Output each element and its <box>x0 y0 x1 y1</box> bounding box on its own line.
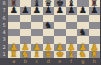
square-f5[interactable] <box>66 22 78 29</box>
square-c8[interactable]: ♝ <box>31 0 43 7</box>
square-d3[interactable] <box>43 36 55 43</box>
square-c4[interactable] <box>31 29 43 36</box>
square-a1[interactable]: ♜ <box>8 51 20 58</box>
square-f6[interactable] <box>66 15 78 22</box>
piece-black-knight[interactable]: ♞ <box>79 29 87 36</box>
coordinate-corner-spacer <box>0 58 8 65</box>
square-f8[interactable]: ♝ <box>66 0 78 7</box>
square-h1[interactable]: ♜ <box>89 51 101 58</box>
square-g6[interactable] <box>77 15 89 22</box>
square-b6[interactable] <box>20 15 32 22</box>
square-e6[interactable] <box>54 15 66 22</box>
piece-white-king[interactable]: ♚ <box>56 50 64 57</box>
piece-white-bishop[interactable]: ♝ <box>67 50 75 57</box>
piece-white-knight[interactable]: ♞ <box>79 50 87 57</box>
square-d6[interactable] <box>43 15 55 22</box>
piece-black-rook[interactable]: ♜ <box>10 0 18 7</box>
square-a6[interactable] <box>8 15 20 22</box>
piece-black-king[interactable]: ♚ <box>56 0 64 7</box>
piece-white-pawn[interactable]: ♟ <box>56 43 64 50</box>
file-label-g: g <box>77 58 89 65</box>
piece-black-pawn[interactable]: ♟ <box>33 7 41 14</box>
square-b7[interactable]: ♟ <box>20 7 32 14</box>
piece-black-queen[interactable]: ♛ <box>44 0 52 7</box>
square-g3[interactable] <box>77 36 89 43</box>
square-a5[interactable] <box>8 22 20 29</box>
square-c7[interactable]: ♟ <box>31 7 43 14</box>
square-d2[interactable]: ♟ <box>43 44 55 51</box>
square-g5[interactable] <box>77 22 89 29</box>
square-e7[interactable]: ♟ <box>54 7 66 14</box>
square-d1[interactable]: ♛ <box>43 51 55 58</box>
square-b5[interactable] <box>20 22 32 29</box>
square-g1[interactable]: ♞ <box>77 51 89 58</box>
file-label-e: e <box>54 58 66 65</box>
piece-white-queen[interactable]: ♛ <box>44 50 52 57</box>
chess-board[interactable]: ♜♝♛♚♝♜♟♟♟♟♟♟♟♟♞♞♟♟♟♟♟♟♟♟♜♞♝♛♚♝♞♜ <box>8 0 100 58</box>
rank-coordinate-strip: 87654321 <box>0 0 8 58</box>
square-h6[interactable] <box>89 15 101 22</box>
piece-white-pawn[interactable]: ♟ <box>90 43 98 50</box>
piece-white-pawn[interactable]: ♟ <box>67 43 75 50</box>
piece-black-pawn[interactable]: ♟ <box>10 7 18 14</box>
file-label-c: c <box>31 58 43 65</box>
square-a8[interactable]: ♜ <box>8 0 20 7</box>
square-b4[interactable] <box>20 29 32 36</box>
square-g8[interactable] <box>77 0 89 7</box>
piece-black-bishop[interactable]: ♝ <box>67 0 75 7</box>
square-c5[interactable] <box>31 22 43 29</box>
square-h3[interactable] <box>89 36 101 43</box>
square-d7[interactable]: ♟ <box>43 7 55 14</box>
rank-label-1: 1 <box>0 51 8 58</box>
square-c2[interactable]: ♟ <box>31 44 43 51</box>
square-e1[interactable]: ♚ <box>54 51 66 58</box>
file-label-h: h <box>89 58 101 65</box>
chess-app-window: 87654321 ♜♝♛♚♝♜♟♟♟♟♟♟♟♟♞♞♟♟♟♟♟♟♟♟♜♞♝♛♚♝♞… <box>0 0 100 65</box>
square-g4[interactable]: ♞ <box>77 29 89 36</box>
piece-black-bishop[interactable]: ♝ <box>33 0 41 7</box>
piece-black-pawn[interactable]: ♟ <box>90 7 98 14</box>
piece-black-pawn[interactable]: ♟ <box>79 7 87 14</box>
square-b3[interactable] <box>20 36 32 43</box>
rank-label-4: 4 <box>0 29 8 36</box>
square-g2[interactable]: ♟ <box>77 44 89 51</box>
piece-black-knight[interactable]: ♞ <box>44 21 52 28</box>
file-label-b: b <box>20 58 32 65</box>
square-b2[interactable]: ♟ <box>20 44 32 51</box>
piece-white-bishop[interactable]: ♝ <box>33 50 41 57</box>
square-h7[interactable]: ♟ <box>89 7 101 14</box>
square-d5[interactable]: ♞ <box>43 22 55 29</box>
square-d4[interactable] <box>43 29 55 36</box>
square-c1[interactable]: ♝ <box>31 51 43 58</box>
square-a7[interactable]: ♟ <box>8 7 20 14</box>
square-f4[interactable] <box>66 29 78 36</box>
piece-black-pawn[interactable]: ♟ <box>44 7 52 14</box>
piece-white-pawn[interactable]: ♟ <box>21 43 29 50</box>
piece-white-rook[interactable]: ♜ <box>90 50 98 57</box>
piece-white-knight[interactable]: ♞ <box>21 50 29 57</box>
square-a2[interactable]: ♟ <box>8 44 20 51</box>
piece-white-rook[interactable]: ♜ <box>10 50 18 57</box>
file-label-f: f <box>66 58 78 65</box>
square-a4[interactable] <box>8 29 20 36</box>
rank-label-5: 5 <box>0 22 8 29</box>
square-h2[interactable]: ♟ <box>89 44 101 51</box>
rank-label-7: 7 <box>0 7 8 14</box>
piece-black-pawn[interactable]: ♟ <box>21 7 29 14</box>
rank-label-2: 2 <box>0 44 8 51</box>
piece-black-pawn[interactable]: ♟ <box>56 7 64 14</box>
piece-white-pawn[interactable]: ♟ <box>79 43 87 50</box>
file-label-d: d <box>43 58 55 65</box>
rank-label-3: 3 <box>0 36 8 43</box>
square-f3[interactable] <box>66 36 78 43</box>
rank-label-8: 8 <box>0 0 8 7</box>
square-f1[interactable]: ♝ <box>66 51 78 58</box>
square-e3[interactable] <box>54 36 66 43</box>
square-e5[interactable] <box>54 22 66 29</box>
square-e2[interactable]: ♟ <box>54 44 66 51</box>
square-f2[interactable]: ♟ <box>66 44 78 51</box>
square-h4[interactable] <box>89 29 101 36</box>
square-e8[interactable]: ♚ <box>54 0 66 7</box>
square-h8[interactable]: ♜ <box>89 0 101 7</box>
square-g7[interactable]: ♟ <box>77 7 89 14</box>
file-label-a: a <box>8 58 20 65</box>
piece-black-rook[interactable]: ♜ <box>90 0 98 7</box>
piece-white-pawn[interactable]: ♟ <box>33 43 41 50</box>
piece-black-pawn[interactable]: ♟ <box>67 7 75 14</box>
square-d8[interactable]: ♛ <box>43 0 55 7</box>
piece-white-pawn[interactable]: ♟ <box>10 43 18 50</box>
file-coordinate-strip: abcdefgh <box>8 58 100 65</box>
square-h5[interactable] <box>89 22 101 29</box>
square-c3[interactable] <box>31 36 43 43</box>
rank-label-6: 6 <box>0 15 8 22</box>
square-b8[interactable] <box>20 0 32 7</box>
square-c6[interactable] <box>31 15 43 22</box>
square-f7[interactable]: ♟ <box>66 7 78 14</box>
piece-white-pawn[interactable]: ♟ <box>44 43 52 50</box>
square-b1[interactable]: ♞ <box>20 51 32 58</box>
square-a3[interactable] <box>8 36 20 43</box>
square-e4[interactable] <box>54 29 66 36</box>
